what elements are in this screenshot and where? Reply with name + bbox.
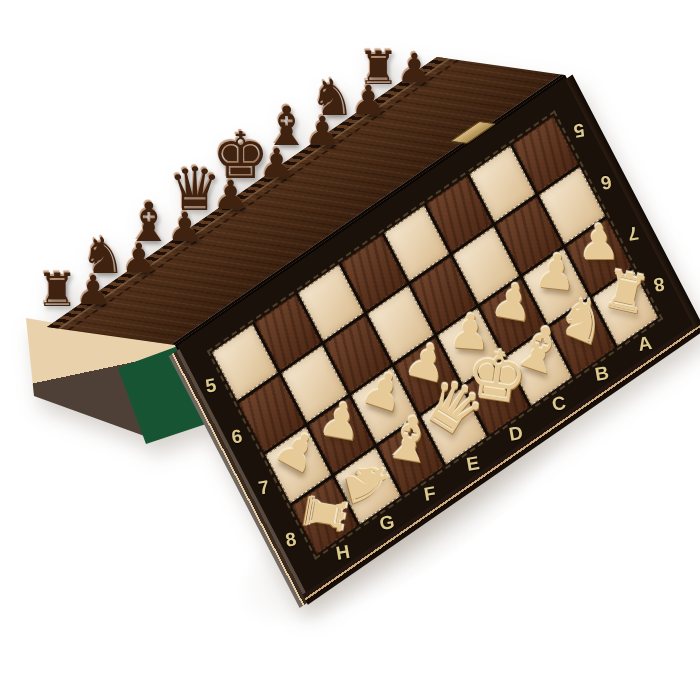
white-rook-h8[interactable]: ♜ <box>295 486 354 541</box>
black-pawn-on-lid-6[interactable]: ♟ <box>167 206 203 246</box>
black-pawn-on-lid-10[interactable]: ♟ <box>259 143 295 183</box>
black-pawn-on-lid-14[interactable]: ♟ <box>351 79 387 119</box>
product-photo-scene: ♜♞♝♚♛♝♞♜♟♟♟♟♟♟♟♟♜♟♞♟♝♟♛♟♚♟♝♟♞♟♜♟ 5678567… <box>0 0 700 700</box>
white-pawn-b7[interactable]: ♟ <box>532 246 580 298</box>
white-pawn-c7[interactable]: ♟ <box>488 274 539 329</box>
white-pawn-d7[interactable]: ♟ <box>447 306 493 357</box>
file-label-b: B <box>593 362 610 386</box>
black-pawn-on-lid-16[interactable]: ♟ <box>396 48 432 88</box>
file-label-c: C <box>550 392 567 416</box>
file-label-d: D <box>507 422 524 446</box>
black-pawn-on-lid-8[interactable]: ♟ <box>213 175 249 215</box>
black-rook-on-lid-1[interactable]: ♜ <box>37 267 78 313</box>
black-pawn-on-lid-2[interactable]: ♟ <box>75 270 111 310</box>
black-pawn-on-lid-4[interactable]: ♟ <box>121 238 157 278</box>
file-label-g: G <box>377 511 395 535</box>
black-pawn-on-lid-12[interactable]: ♟ <box>305 111 341 151</box>
white-pawn-a7[interactable]: ♟ <box>578 218 621 266</box>
chess-set-group: ♜♞♝♚♛♝♞♜♟♟♟♟♟♟♟♟♜♟♞♟♝♟♛♟♚♟♝♟♞♟♜♟ 5678567… <box>0 0 700 700</box>
file-label-a: A <box>636 332 653 356</box>
